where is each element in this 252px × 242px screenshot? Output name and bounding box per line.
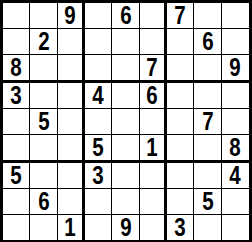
cell-r8c4[interactable]: [85, 189, 112, 215]
cell-r6c5[interactable]: [112, 135, 139, 163]
cell-r9c2[interactable]: [30, 215, 57, 240]
given-digit: 2: [38, 29, 49, 54]
cell-r9c3[interactable]: 1: [58, 215, 85, 240]
cell-r2c1[interactable]: [3, 29, 30, 55]
given-digit: 8: [10, 55, 21, 80]
cell-r4c2[interactable]: [30, 83, 57, 109]
cell-r4c3[interactable]: [58, 83, 85, 109]
cell-r7c9[interactable]: 4: [222, 163, 249, 189]
cell-r5c1[interactable]: [3, 109, 30, 135]
cell-r1c8[interactable]: [194, 3, 221, 29]
cell-r7c6[interactable]: [140, 163, 167, 189]
cell-r6c2[interactable]: [30, 135, 57, 163]
given-digit: 5: [202, 189, 213, 214]
cell-r6c1[interactable]: [3, 135, 30, 163]
given-digit: 6: [146, 83, 157, 108]
cell-r1c7[interactable]: 7: [167, 3, 194, 29]
cell-r2c3[interactable]: [58, 29, 85, 55]
cell-r2c8[interactable]: 6: [194, 29, 221, 55]
cell-r1c6[interactable]: [140, 3, 167, 29]
cell-r2c6[interactable]: [140, 29, 167, 55]
cell-r4c8[interactable]: [194, 83, 221, 109]
cell-r4c4[interactable]: 4: [85, 83, 112, 109]
cell-r7c1[interactable]: 5: [3, 163, 30, 189]
cell-r6c7[interactable]: [167, 135, 194, 163]
cell-r1c9[interactable]: [222, 3, 249, 29]
cell-r9c1[interactable]: [3, 215, 30, 240]
cell-r3c5[interactable]: [112, 55, 139, 83]
given-digit: 7: [146, 55, 157, 80]
cell-r6c3[interactable]: [58, 135, 85, 163]
cell-r9c6[interactable]: [140, 215, 167, 240]
cell-r6c4[interactable]: 5: [85, 135, 112, 163]
given-digit: 4: [230, 163, 241, 188]
given-digit: 6: [202, 29, 213, 54]
cell-r4c6[interactable]: 6: [140, 83, 167, 109]
cell-r3c2[interactable]: [30, 55, 57, 83]
given-digit: 3: [10, 83, 21, 108]
cell-r9c8[interactable]: [194, 215, 221, 240]
given-digit: 7: [174, 3, 185, 28]
cell-r4c7[interactable]: [167, 83, 194, 109]
cell-r9c7[interactable]: 3: [167, 215, 194, 240]
cell-r2c9[interactable]: [222, 29, 249, 55]
given-digit: 3: [92, 163, 103, 188]
cell-r5c4[interactable]: [85, 109, 112, 135]
cell-r5c5[interactable]: [112, 109, 139, 135]
cell-r7c8[interactable]: [194, 163, 221, 189]
cell-r7c5[interactable]: [112, 163, 139, 189]
cell-r8c7[interactable]: [167, 189, 194, 215]
given-digit: 6: [38, 189, 49, 214]
cell-r3c6[interactable]: 7: [140, 55, 167, 83]
cell-r3c4[interactable]: [85, 55, 112, 83]
given-digit: 1: [64, 215, 75, 240]
cell-r6c8[interactable]: [194, 135, 221, 163]
given-digit: 5: [92, 135, 103, 160]
given-digit: 5: [10, 163, 21, 188]
given-digit: 3: [174, 215, 185, 240]
cell-r2c4[interactable]: [85, 29, 112, 55]
cell-r2c2[interactable]: 2: [30, 29, 57, 55]
cell-r1c3[interactable]: 9: [58, 3, 85, 29]
cell-r3c7[interactable]: [167, 55, 194, 83]
given-digit: 8: [230, 135, 241, 160]
cell-r3c3[interactable]: [58, 55, 85, 83]
cell-r7c3[interactable]: [58, 163, 85, 189]
cell-r9c5[interactable]: 9: [112, 215, 139, 240]
cell-r7c7[interactable]: [167, 163, 194, 189]
cell-r8c8[interactable]: 5: [194, 189, 221, 215]
given-digit: 7: [202, 109, 213, 134]
cell-r6c6[interactable]: 1: [140, 135, 167, 163]
cell-r7c4[interactable]: 3: [85, 163, 112, 189]
cell-r8c9[interactable]: [222, 189, 249, 215]
cell-r7c2[interactable]: [30, 163, 57, 189]
cell-r8c5[interactable]: [112, 189, 139, 215]
cell-r9c9[interactable]: [222, 215, 249, 240]
cell-r5c3[interactable]: [58, 109, 85, 135]
cell-r5c2[interactable]: 5: [30, 109, 57, 135]
cell-r1c1[interactable]: [3, 3, 30, 29]
given-digit: 9: [64, 3, 75, 28]
cell-r3c8[interactable]: [194, 55, 221, 83]
cell-r5c7[interactable]: [167, 109, 194, 135]
given-digit: 9: [120, 215, 131, 240]
cell-r3c1[interactable]: 8: [3, 55, 30, 83]
given-digit: 6: [120, 3, 131, 28]
cell-r6c9[interactable]: 8: [222, 135, 249, 163]
cell-r1c5[interactable]: 6: [112, 3, 139, 29]
cell-r8c3[interactable]: [58, 189, 85, 215]
given-digit: 5: [38, 109, 49, 134]
cell-r4c5[interactable]: [112, 83, 139, 109]
cell-r9c4[interactable]: [85, 215, 112, 240]
cell-r2c7[interactable]: [167, 29, 194, 55]
cell-r4c1[interactable]: 3: [3, 83, 30, 109]
cell-r5c9[interactable]: [222, 109, 249, 135]
sudoku-board: 967268793465751853465193: [0, 0, 252, 242]
cell-r1c2[interactable]: [30, 3, 57, 29]
given-digit: 9: [230, 55, 241, 80]
cell-r2c5[interactable]: [112, 29, 139, 55]
cell-r4c9[interactable]: [222, 83, 249, 109]
cell-r8c6[interactable]: [140, 189, 167, 215]
cell-r8c2[interactable]: 6: [30, 189, 57, 215]
given-digit: 1: [146, 135, 157, 160]
cell-r8c1[interactable]: [3, 189, 30, 215]
cell-r3c9[interactable]: 9: [222, 55, 249, 83]
given-digit: 4: [92, 83, 103, 108]
cell-r5c6[interactable]: [140, 109, 167, 135]
cell-r5c8[interactable]: 7: [194, 109, 221, 135]
cell-r1c4[interactable]: [85, 3, 112, 29]
